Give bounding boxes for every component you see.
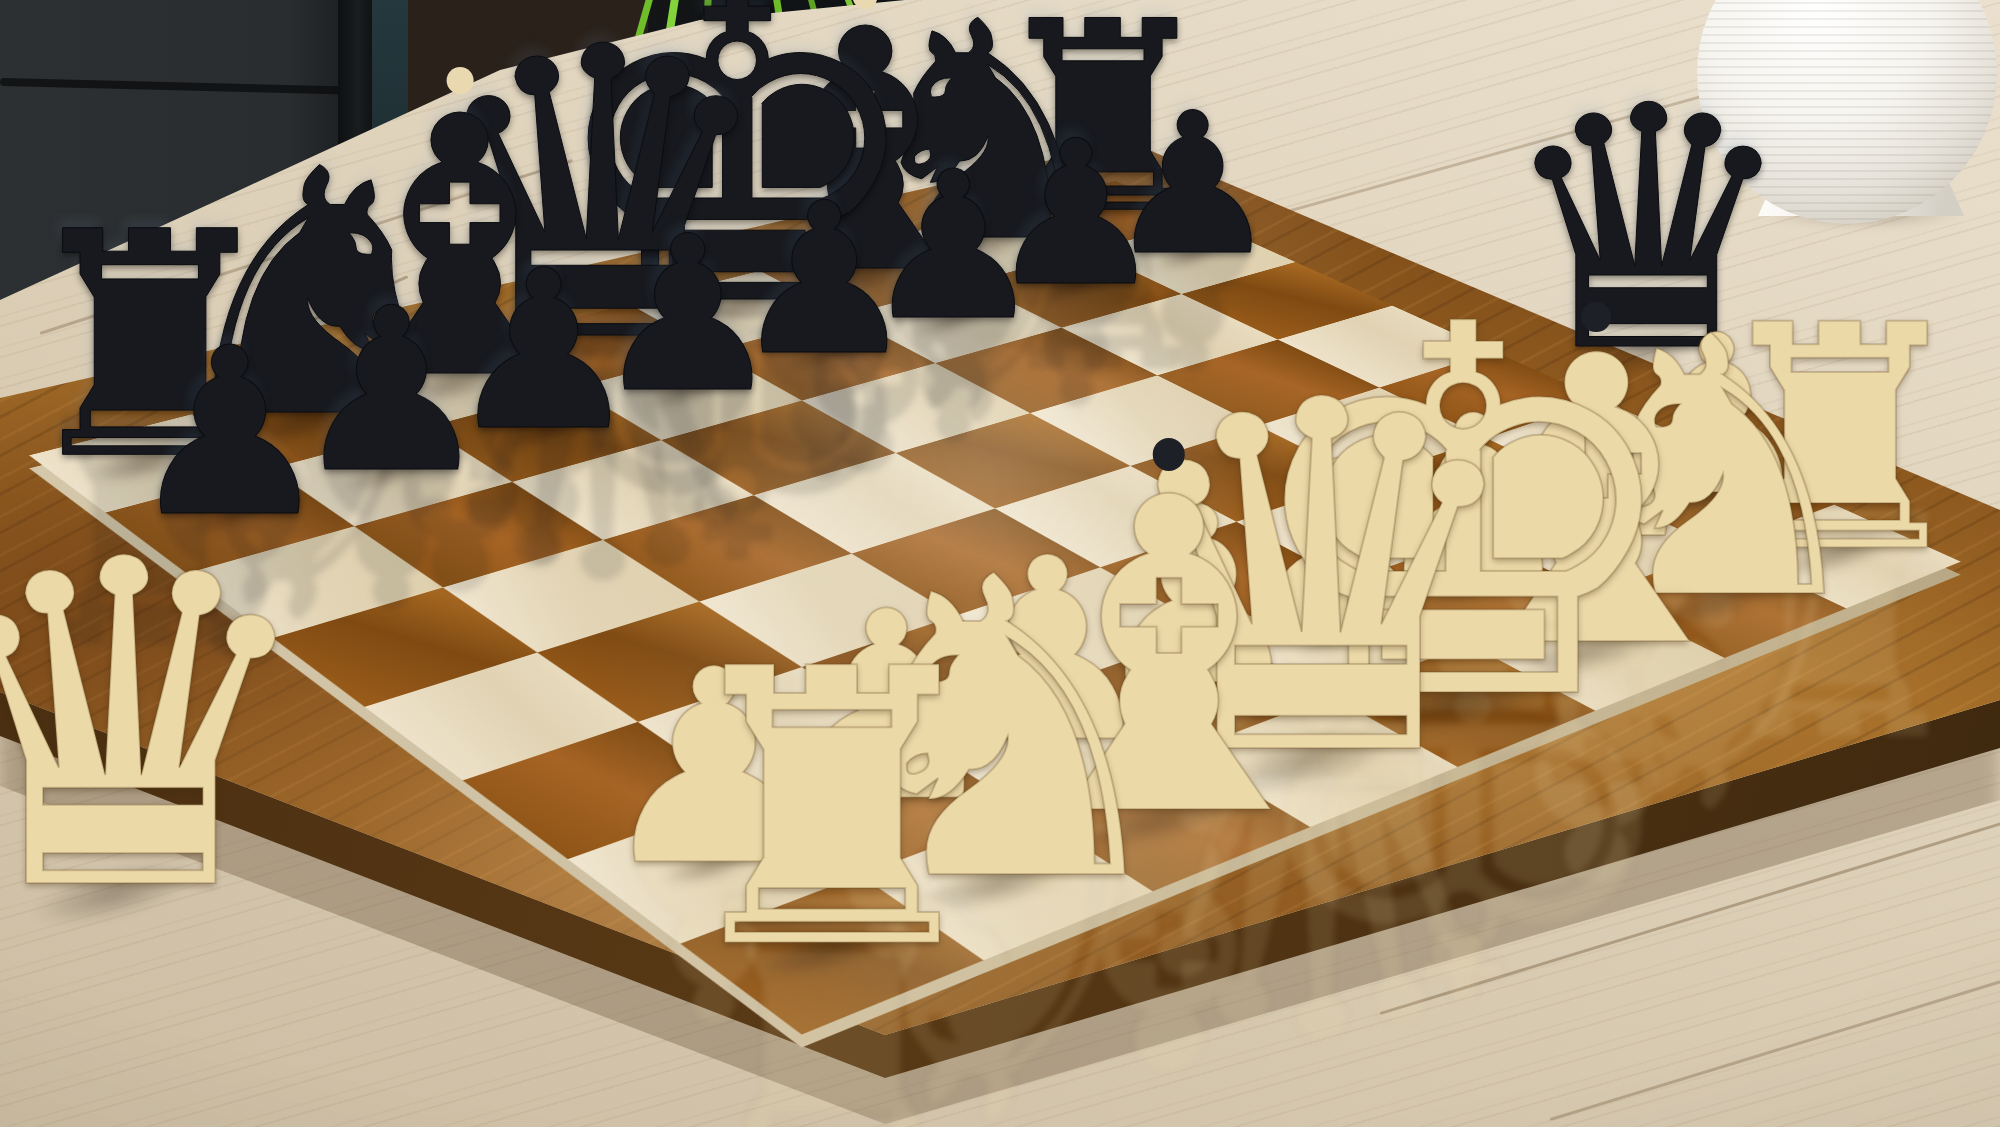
product-photo-chess-set: ♜♜♞♞♟♟♝♝♟♟♚♚♟♟♛♛♛♟♟♝♝♟♟♞♞♟♟♜♜♟♟♟♟♟♟♟♟♜♜♟… bbox=[0, 0, 2000, 1127]
piece-glyph: ♜ bbox=[661, 621, 1002, 1002]
bishop-finial-ball bbox=[446, 67, 473, 94]
pieces-layer: ♜♜♞♞♟♟♝♝♟♟♚♚♟♟♛♛♛♟♟♝♝♟♟♞♞♟♟♜♜♟♟♟♟♟♟♟♟♜♜♟… bbox=[0, 0, 2000, 1127]
piece-glyph: ♛ bbox=[0, 502, 325, 952]
